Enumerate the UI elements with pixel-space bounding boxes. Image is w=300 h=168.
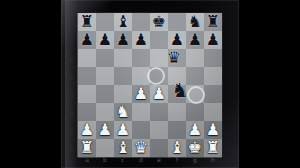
file-label-a: a [78, 156, 96, 165]
black-rook[interactable]: ♜ [78, 13, 96, 31]
black-rook[interactable]: ♜ [204, 13, 222, 31]
square-h6[interactable] [204, 49, 222, 67]
square-b4[interactable] [96, 85, 114, 103]
black-pawn[interactable]: ♟ [132, 31, 150, 49]
file-label-e: e [150, 156, 168, 165]
black-pawn[interactable]: ♟ [114, 31, 132, 49]
white-bishop[interactable]: ♝ [168, 139, 186, 157]
square-d8[interactable] [132, 13, 150, 31]
square-a7[interactable]: ♟ [78, 31, 96, 49]
square-a5[interactable] [78, 67, 96, 85]
square-h7[interactable]: ♟ [204, 31, 222, 49]
white-king[interactable]: ♚ [186, 139, 204, 157]
square-e3[interactable] [150, 103, 168, 121]
square-d3[interactable] [132, 103, 150, 121]
rank-label-7: 7 [67, 31, 76, 49]
square-d1[interactable]: ♛ [132, 139, 150, 157]
square-h2[interactable]: ♟ [204, 121, 222, 139]
square-a1[interactable]: ♜ [78, 139, 96, 157]
square-b3[interactable] [96, 103, 114, 121]
black-king[interactable]: ♚ [150, 13, 168, 31]
black-pawn[interactable]: ♟ [78, 31, 96, 49]
square-d6[interactable] [132, 49, 150, 67]
square-e8[interactable]: ♚ [150, 13, 168, 31]
square-c2[interactable]: ♟ [114, 121, 132, 139]
rank-label-1: 1 [67, 139, 76, 157]
file-labels: abcdefgh [78, 156, 222, 165]
square-c1[interactable]: ♝ [114, 139, 132, 157]
square-c8[interactable]: ♝ [114, 13, 132, 31]
white-bishop[interactable]: ♝ [114, 139, 132, 157]
white-rook[interactable]: ♜ [78, 139, 96, 157]
square-g2[interactable]: ♟ [186, 121, 204, 139]
square-e7[interactable] [150, 31, 168, 49]
black-knight[interactable]: ♞ [171, 81, 189, 99]
black-pawn[interactable]: ♟ [186, 31, 204, 49]
white-pawn[interactable]: ♟ [96, 121, 114, 139]
chess-board[interactable]: ♜♝♚♞♜♟♟♟♟♟♟♟♛♟♟♞♞♟♟♟♟♟♜♝♛♝♚♜ [78, 13, 222, 157]
square-c6[interactable] [114, 49, 132, 67]
white-pawn[interactable]: ♟ [186, 121, 204, 139]
square-e5[interactable] [150, 67, 168, 85]
square-g8[interactable]: ♞ [186, 13, 204, 31]
black-pawn[interactable]: ♟ [96, 31, 114, 49]
square-g7[interactable]: ♟ [186, 31, 204, 49]
rank-label-4: 4 [67, 85, 76, 103]
black-pawn[interactable]: ♟ [168, 31, 186, 49]
square-a2[interactable]: ♟ [78, 121, 96, 139]
square-h5[interactable] [204, 67, 222, 85]
square-c5[interactable] [114, 67, 132, 85]
square-h8[interactable]: ♜ [204, 13, 222, 31]
black-bishop[interactable]: ♝ [114, 13, 132, 31]
square-e1[interactable] [150, 139, 168, 157]
square-g1[interactable]: ♚ [186, 139, 204, 157]
move-highlight-ring-e5 [147, 67, 165, 85]
white-pawn[interactable]: ♟ [78, 121, 96, 139]
file-label-b: b [96, 156, 114, 165]
white-pawn[interactable]: ♟ [150, 85, 168, 103]
rank-labels: 87654321 [67, 13, 76, 157]
square-d4[interactable]: ♟ [132, 85, 150, 103]
white-pawn[interactable]: ♟ [204, 121, 222, 139]
square-e2[interactable] [150, 121, 168, 139]
square-d2[interactable] [132, 121, 150, 139]
square-h1[interactable]: ♜ [204, 139, 222, 157]
square-c3[interactable]: ♞ [114, 103, 132, 121]
square-c4[interactable] [114, 85, 132, 103]
rank-label-8: 8 [67, 13, 76, 31]
square-a4[interactable] [78, 85, 96, 103]
square-g3[interactable] [186, 103, 204, 121]
square-b6[interactable] [96, 49, 114, 67]
white-queen[interactable]: ♛ [132, 139, 150, 157]
square-b1[interactable] [96, 139, 114, 157]
square-b2[interactable]: ♟ [96, 121, 114, 139]
square-a3[interactable] [78, 103, 96, 121]
rank-label-5: 5 [67, 67, 76, 85]
file-label-d: d [132, 156, 150, 165]
move-highlight-ring-g4 [187, 86, 205, 104]
square-e4[interactable]: ♟ [150, 85, 168, 103]
black-pawn[interactable]: ♟ [204, 31, 222, 49]
white-pawn[interactable]: ♟ [132, 85, 150, 103]
square-d7[interactable]: ♟ [132, 31, 150, 49]
black-knight[interactable]: ♞ [186, 13, 204, 31]
white-knight[interactable]: ♞ [114, 103, 132, 121]
white-pawn[interactable]: ♟ [114, 121, 132, 139]
file-label-h: h [204, 156, 222, 165]
file-label-c: c [114, 156, 132, 165]
file-label-f: f [168, 156, 186, 165]
white-rook[interactable]: ♜ [204, 139, 222, 157]
square-f1[interactable]: ♝ [168, 139, 186, 157]
board-frame: 87654321 ♜♝♚♞♜♟♟♟♟♟♟♟♛♟♟♞♞♟♟♟♟♟♜♝♛♝♚♜ ab… [61, 0, 239, 168]
square-f3[interactable] [168, 103, 186, 121]
square-f6[interactable]: ♛ [168, 49, 186, 67]
square-g6[interactable] [186, 49, 204, 67]
square-h3[interactable] [204, 103, 222, 121]
square-f4[interactable]: ♞ [168, 85, 186, 103]
square-a8[interactable]: ♜ [78, 13, 96, 31]
rank-label-2: 2 [67, 121, 76, 139]
square-b5[interactable] [96, 67, 114, 85]
square-c7[interactable]: ♟ [114, 31, 132, 49]
square-f8[interactable] [168, 13, 186, 31]
square-b7[interactable]: ♟ [96, 31, 114, 49]
chess-app-window: 87654321 ♜♝♚♞♜♟♟♟♟♟♟♟♛♟♟♞♞♟♟♟♟♟♜♝♛♝♚♜ ab… [0, 0, 300, 168]
file-label-g: g [186, 156, 204, 165]
square-h4[interactable] [204, 85, 222, 103]
square-f7[interactable]: ♟ [168, 31, 186, 49]
rank-label-3: 3 [67, 103, 76, 121]
black-queen[interactable]: ♛ [165, 49, 183, 67]
rank-label-6: 6 [67, 49, 76, 67]
square-b8[interactable] [96, 13, 114, 31]
square-f2[interactable] [168, 121, 186, 139]
square-a6[interactable] [78, 49, 96, 67]
